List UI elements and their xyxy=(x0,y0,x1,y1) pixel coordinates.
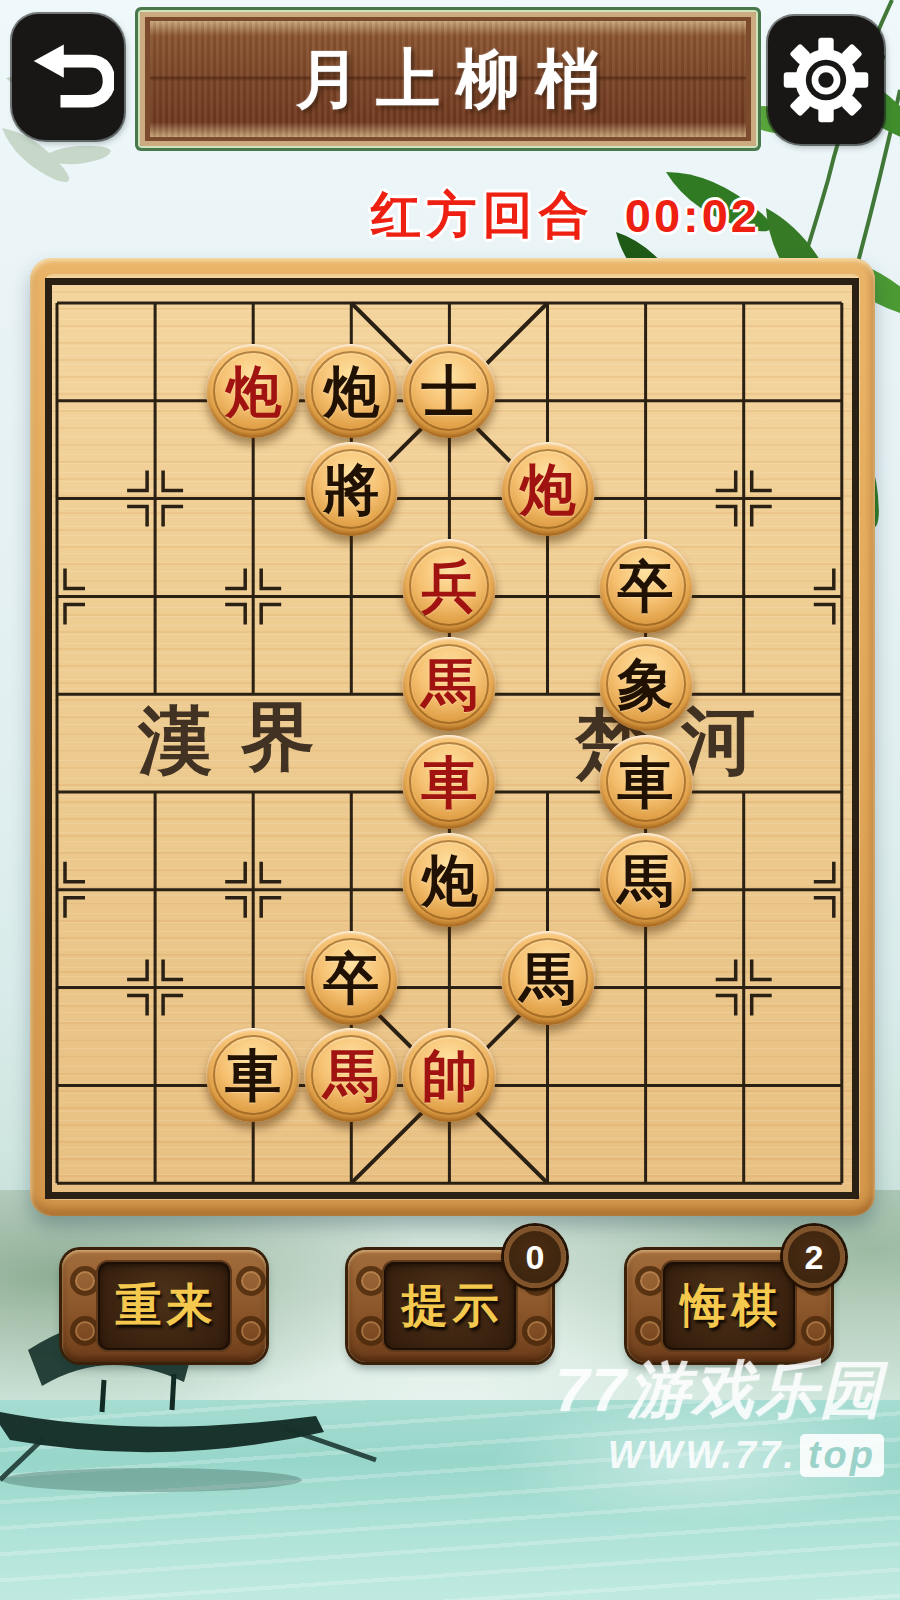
undo-label: 悔棋 xyxy=(676,1275,783,1337)
piece-black-炮[interactable]: 炮 xyxy=(304,344,398,438)
piece-red-炮[interactable]: 炮 xyxy=(206,344,300,438)
gear-icon xyxy=(778,32,874,128)
page-title: 月上柳梢 xyxy=(140,12,756,146)
settings-button[interactable] xyxy=(768,16,884,144)
piece-black-士[interactable]: 士 xyxy=(402,344,496,438)
back-button[interactable] xyxy=(12,14,124,140)
piece-black-馬[interactable]: 馬 xyxy=(599,833,693,927)
piece-black-象[interactable]: 象 xyxy=(599,637,693,731)
piece-red-馬[interactable]: 馬 xyxy=(304,1028,398,1122)
title-banner: 月上柳梢 xyxy=(140,12,756,146)
hint-count-badge: 0 xyxy=(504,1226,566,1288)
status-bar: 红方回合 00:02 xyxy=(0,182,760,249)
piece-black-將[interactable]: 將 xyxy=(304,442,398,536)
game-screen: 月上柳梢 红方回合 00:02 xyxy=(0,0,900,1600)
piece-black-炮[interactable]: 炮 xyxy=(402,833,496,927)
turn-indicator: 红方回合 xyxy=(371,182,595,249)
piece-black-車[interactable]: 車 xyxy=(599,735,693,829)
restart-label: 重来 xyxy=(111,1275,218,1337)
piece-black-卒[interactable]: 卒 xyxy=(599,539,693,633)
hint-button[interactable]: 提示 0 xyxy=(348,1250,552,1362)
xiangqi-board[interactable]: 漢界楚河 炮炮士將炮兵卒馬象車車炮馬卒馬車馬帥 xyxy=(30,258,875,1216)
piece-black-車[interactable]: 車 xyxy=(206,1028,300,1122)
back-arrow-icon xyxy=(22,31,114,123)
piece-red-炮[interactable]: 炮 xyxy=(501,442,595,536)
piece-red-車[interactable]: 車 xyxy=(402,735,496,829)
piece-black-馬[interactable]: 馬 xyxy=(501,931,595,1025)
restart-button[interactable]: 重来 xyxy=(62,1250,266,1362)
pieces-layer: 炮炮士將炮兵卒馬象車車炮馬卒馬車馬帥 xyxy=(30,258,875,1216)
undo-count-badge: 2 xyxy=(783,1226,845,1288)
piece-black-卒[interactable]: 卒 xyxy=(304,931,398,1025)
piece-red-兵[interactable]: 兵 xyxy=(402,539,496,633)
piece-red-帥[interactable]: 帥 xyxy=(402,1028,496,1122)
undo-button[interactable]: 悔棋 2 xyxy=(627,1250,831,1362)
hint-label: 提示 xyxy=(397,1275,504,1337)
piece-red-馬[interactable]: 馬 xyxy=(402,637,496,731)
move-timer: 00:02 xyxy=(625,188,760,243)
